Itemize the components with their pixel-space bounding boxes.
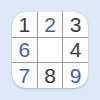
- sudoku-cell-r2c2: [38, 38, 63, 63]
- sudoku-cell-r3c3: 9: [63, 63, 88, 88]
- sudoku-cell-r2c1: 6: [12, 38, 37, 63]
- sudoku-cell-r1c2: 2: [38, 12, 63, 37]
- sudoku-cell-r2c3: 4: [63, 38, 88, 63]
- sudoku-cell-r1c1: 1: [12, 12, 37, 37]
- sudoku-cell-r3c2: 8: [38, 63, 63, 88]
- sudoku-cell-r1c3: 3: [63, 12, 88, 37]
- sudoku-app-icon[interactable]: 1 2 3 6 4 7 8 9: [12, 12, 88, 88]
- sudoku-cell-r3c1: 7: [12, 63, 37, 88]
